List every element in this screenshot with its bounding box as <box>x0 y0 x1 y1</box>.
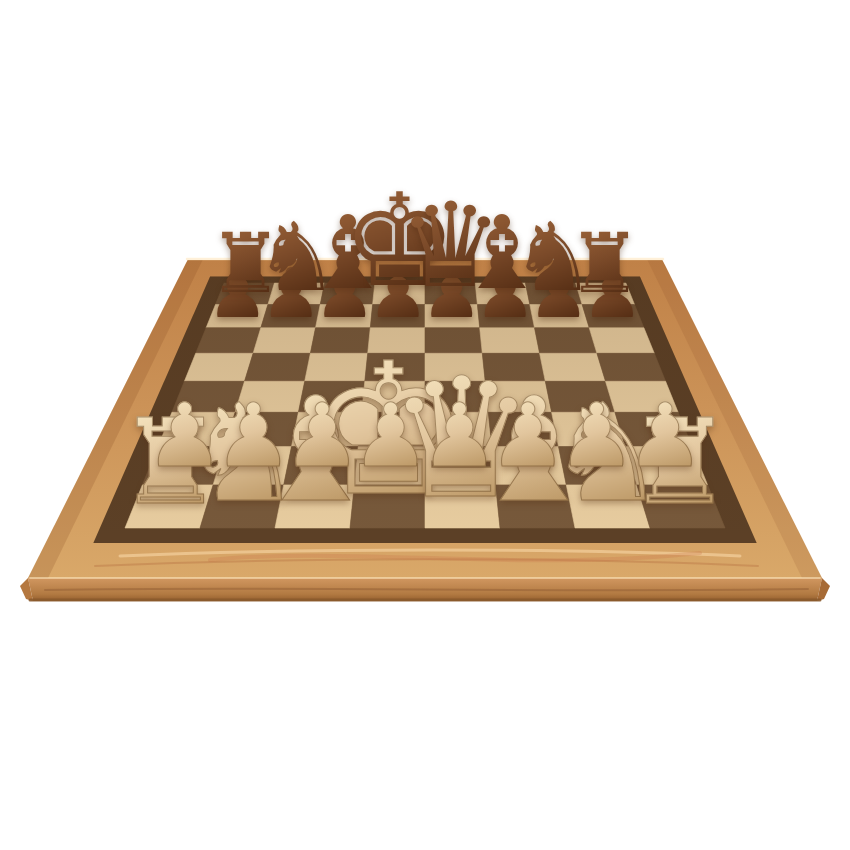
white-pawn[interactable]: ♟ <box>145 392 224 480</box>
white-pawn[interactable]: ♟ <box>489 392 568 480</box>
white-pawn[interactable]: ♟ <box>351 392 430 480</box>
white-pawn[interactable]: ♟ <box>283 392 362 480</box>
white-pawn[interactable]: ♟ <box>557 392 636 480</box>
black-rook[interactable]: ♜ <box>567 222 641 305</box>
white-pawn[interactable]: ♟ <box>214 392 293 480</box>
chess-product-photo: ♜♞♝♚♛♝♞♜♟♟♟♟♟♟♟♟♟♟♟♟♟♟♟♟♜♞♝♚♛♝♞♜ <box>0 0 850 850</box>
white-pawn[interactable]: ♟ <box>626 392 705 480</box>
white-pawn[interactable]: ♟ <box>420 392 499 480</box>
